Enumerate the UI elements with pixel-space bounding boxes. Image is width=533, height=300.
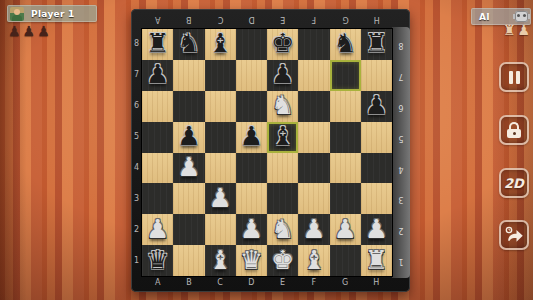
file-label-bottom-a: A xyxy=(142,279,173,287)
square-c8[interactable]: ♝ xyxy=(205,29,236,60)
square-e4[interactable] xyxy=(267,153,298,184)
pause-button[interactable] xyxy=(499,62,529,92)
square-c6[interactable] xyxy=(205,91,236,122)
player-name: Player 1 xyxy=(31,9,75,19)
file-label-bottom-g: G xyxy=(330,279,361,287)
rank-label-left-7: 7 xyxy=(131,60,142,91)
file-label-bottom-b: B xyxy=(173,279,204,287)
square-h8[interactable]: ♜ xyxy=(361,29,392,60)
square-f7[interactable] xyxy=(298,60,329,91)
square-g4[interactable] xyxy=(330,153,361,184)
rank-label-left-5: 5 xyxy=(131,122,142,153)
board-grid: ♜♞♝♚♞♜♟♟♞♟♟♟♝♟♟♟♟♞♟♟♟♛♝♛♚♝♜ xyxy=(142,29,392,276)
redo-arrow-clock-icon xyxy=(504,225,524,245)
board-right-bevel xyxy=(392,27,410,278)
white-knight[interactable]: ♞ xyxy=(271,92,294,118)
square-d5[interactable]: ♟ xyxy=(236,122,267,153)
player-bar-white: Player 1 xyxy=(7,5,97,22)
square-h6[interactable]: ♟ xyxy=(361,91,392,122)
square-c1[interactable]: ♝ xyxy=(205,245,236,276)
square-a3[interactable] xyxy=(142,183,173,214)
black-pawn[interactable]: ♟ xyxy=(365,92,388,118)
white-pawn[interactable]: ♟ xyxy=(208,185,231,211)
rank-label-left-4: 4 xyxy=(131,153,142,184)
captured-white-rook-icon: ♜ xyxy=(503,22,516,38)
black-king[interactable]: ♚ xyxy=(271,30,294,56)
white-rook[interactable]: ♜ xyxy=(365,247,388,273)
white-bishop[interactable]: ♝ xyxy=(208,247,231,273)
file-label-top-c: C xyxy=(205,15,236,23)
captured-tray-white: ♟♟♟ xyxy=(8,23,50,39)
view-2d-button[interactable]: 2D xyxy=(499,168,529,198)
square-e7[interactable]: ♟ xyxy=(267,60,298,91)
square-e5[interactable]: ♝ xyxy=(267,122,298,153)
chess-board: ABCDEFGH ABCDEFGH 87654321 87654321 ♜♞♝♚… xyxy=(131,9,410,292)
file-labels-bottom: ABCDEFGH xyxy=(142,279,392,287)
black-knight[interactable]: ♞ xyxy=(333,30,356,56)
square-f6[interactable] xyxy=(298,91,329,122)
white-bishop[interactable]: ♝ xyxy=(302,247,325,273)
file-label-top-f: F xyxy=(298,15,329,23)
square-e6[interactable]: ♞ xyxy=(267,91,298,122)
square-e8[interactable]: ♚ xyxy=(267,29,298,60)
file-label-bottom-e: E xyxy=(267,279,298,287)
square-d1[interactable]: ♛ xyxy=(236,245,267,276)
redo-share-button[interactable] xyxy=(499,220,529,250)
square-b5[interactable]: ♟ xyxy=(173,122,204,153)
file-label-top-g: G xyxy=(330,15,361,23)
square-a7[interactable]: ♟ xyxy=(142,60,173,91)
captured-white-pawn-icon: ♟ xyxy=(518,22,531,38)
white-knight[interactable]: ♞ xyxy=(271,216,294,242)
square-c5[interactable] xyxy=(205,122,236,153)
captured-black-pawn-icon: ♟ xyxy=(37,23,50,39)
square-c2[interactable] xyxy=(205,214,236,245)
square-a8[interactable]: ♜ xyxy=(142,29,173,60)
lock-button[interactable] xyxy=(499,115,529,145)
white-pawn[interactable]: ♟ xyxy=(177,154,200,180)
file-labels-top: ABCDEFGH xyxy=(142,15,392,23)
square-f1[interactable]: ♝ xyxy=(298,245,329,276)
square-h2[interactable]: ♟ xyxy=(361,214,392,245)
square-h4[interactable] xyxy=(361,153,392,184)
file-label-bottom-d: D xyxy=(236,279,267,287)
square-b3[interactable] xyxy=(173,183,204,214)
square-h3[interactable] xyxy=(361,183,392,214)
square-g6[interactable] xyxy=(330,91,361,122)
black-pawn[interactable]: ♟ xyxy=(271,61,294,87)
black-bishop[interactable]: ♝ xyxy=(271,123,294,149)
rank-label-left-2: 2 xyxy=(131,214,142,245)
square-e3[interactable] xyxy=(267,183,298,214)
square-h7[interactable] xyxy=(361,60,392,91)
file-label-top-h: H xyxy=(361,15,392,23)
square-d7[interactable] xyxy=(236,60,267,91)
square-e2[interactable]: ♞ xyxy=(267,214,298,245)
square-g1[interactable] xyxy=(330,245,361,276)
app-root: { "game": "chess", "players": { "white":… xyxy=(0,0,533,300)
square-g8[interactable]: ♞ xyxy=(330,29,361,60)
file-label-bottom-c: C xyxy=(205,279,236,287)
ai-name: AI xyxy=(479,12,490,22)
square-c7[interactable] xyxy=(205,60,236,91)
file-label-top-e: E xyxy=(267,15,298,23)
square-f2[interactable]: ♟ xyxy=(298,214,329,245)
square-d4[interactable] xyxy=(236,153,267,184)
captured-tray-black: ♜♟ xyxy=(503,22,530,38)
white-king[interactable]: ♚ xyxy=(271,247,294,273)
square-f8[interactable] xyxy=(298,29,329,60)
view-2d-label: 2D xyxy=(504,176,524,191)
file-label-top-b: B xyxy=(173,15,204,23)
file-label-bottom-h: H xyxy=(361,279,392,287)
file-label-top-a: A xyxy=(142,15,173,23)
black-pawn[interactable]: ♟ xyxy=(146,61,169,87)
square-e1[interactable]: ♚ xyxy=(267,245,298,276)
square-f3[interactable] xyxy=(298,183,329,214)
square-g3[interactable] xyxy=(330,183,361,214)
white-pawn[interactable]: ♟ xyxy=(240,216,263,242)
square-a2[interactable]: ♟ xyxy=(142,214,173,245)
square-h5[interactable] xyxy=(361,122,392,153)
square-f4[interactable] xyxy=(298,153,329,184)
square-g7[interactable] xyxy=(330,60,361,91)
square-b2[interactable] xyxy=(173,214,204,245)
player-avatar-icon xyxy=(10,7,24,21)
rank-label-left-1: 1 xyxy=(131,245,142,276)
white-queen[interactable]: ♛ xyxy=(240,247,263,273)
square-g2[interactable]: ♟ xyxy=(330,214,361,245)
square-d6[interactable] xyxy=(236,91,267,122)
square-c4[interactable] xyxy=(205,153,236,184)
rank-label-left-6: 6 xyxy=(131,91,142,122)
white-pawn[interactable]: ♟ xyxy=(146,216,169,242)
square-b1[interactable] xyxy=(173,245,204,276)
captured-black-pawn-icon: ♟ xyxy=(23,23,36,39)
lock-icon xyxy=(507,122,521,138)
square-a6[interactable] xyxy=(142,91,173,122)
black-queen[interactable]: ♛ xyxy=(146,247,169,273)
black-bishop[interactable]: ♝ xyxy=(208,30,231,56)
black-knight[interactable]: ♞ xyxy=(177,30,200,56)
rank-label-left-8: 8 xyxy=(131,29,142,60)
pause-icon xyxy=(509,71,520,84)
square-b6[interactable] xyxy=(173,91,204,122)
file-label-bottom-f: F xyxy=(298,279,329,287)
rank-label-left-3: 3 xyxy=(131,183,142,214)
square-d8[interactable] xyxy=(236,29,267,60)
white-pawn[interactable]: ♟ xyxy=(302,216,325,242)
square-d2[interactable]: ♟ xyxy=(236,214,267,245)
square-b4[interactable]: ♟ xyxy=(173,153,204,184)
white-pawn[interactable]: ♟ xyxy=(333,216,356,242)
white-pawn[interactable]: ♟ xyxy=(365,216,388,242)
square-b7[interactable] xyxy=(173,60,204,91)
square-f5[interactable] xyxy=(298,122,329,153)
square-h1[interactable]: ♜ xyxy=(361,245,392,276)
square-a5[interactable] xyxy=(142,122,173,153)
square-g5[interactable] xyxy=(330,122,361,153)
square-a1[interactable]: ♛ xyxy=(142,245,173,276)
square-b8[interactable]: ♞ xyxy=(173,29,204,60)
captured-black-pawn-icon: ♟ xyxy=(8,23,21,39)
file-label-top-d: D xyxy=(236,15,267,23)
square-d3[interactable] xyxy=(236,183,267,214)
rank-labels-left: 87654321 xyxy=(131,29,142,276)
black-pawn[interactable]: ♟ xyxy=(240,123,263,149)
square-c3[interactable]: ♟ xyxy=(205,183,236,214)
black-rook[interactable]: ♜ xyxy=(146,30,169,56)
square-a4[interactable] xyxy=(142,153,173,184)
black-pawn[interactable]: ♟ xyxy=(177,123,200,149)
black-rook[interactable]: ♜ xyxy=(365,30,388,56)
robot-icon xyxy=(515,11,528,22)
